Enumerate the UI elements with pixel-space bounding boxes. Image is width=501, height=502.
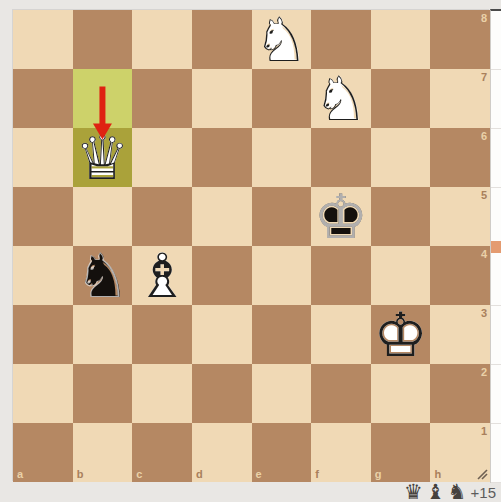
square-f4[interactable] (311, 246, 371, 305)
white-knight-outline: ♘ (252, 10, 312, 69)
square-a3[interactable] (13, 305, 73, 364)
square-a7[interactable] (13, 69, 73, 128)
square-f8[interactable] (311, 10, 371, 69)
square-g4[interactable] (371, 246, 431, 305)
square-a8[interactable] (13, 10, 73, 69)
coord-rank-5: 5 (481, 190, 487, 201)
square-b8[interactable] (73, 10, 133, 69)
square-c2[interactable] (132, 364, 192, 423)
square-b3[interactable] (73, 305, 133, 364)
side-panel-highlight (491, 241, 501, 253)
square-c6[interactable] (132, 128, 192, 187)
square-c4[interactable]: ♝♗ (132, 246, 192, 305)
square-d6[interactable] (192, 128, 252, 187)
piece-black-king-f5[interactable]: ♚♔ (311, 187, 371, 246)
square-a4[interactable] (13, 246, 73, 305)
chess-app-viewport: ♞♘♞♘♛♕♚♔♞♘♝♗♚♔12345678abcdefgh ♛ ♝ ♞ +15 (0, 0, 501, 502)
square-d7[interactable] (192, 69, 252, 128)
square-g6[interactable] (371, 128, 431, 187)
square-g5[interactable] (371, 187, 431, 246)
coord-file-g: g (375, 469, 382, 480)
square-b4[interactable]: ♞♘ (73, 246, 133, 305)
square-f1[interactable] (311, 423, 371, 482)
square-d5[interactable] (192, 187, 252, 246)
coord-file-a: a (17, 469, 23, 480)
coord-file-f: f (315, 469, 319, 480)
material-advantage: +15 (471, 484, 496, 501)
captured-knight-icon: ♞ (448, 482, 467, 502)
square-d8[interactable] (192, 10, 252, 69)
coord-rank-3: 3 (481, 308, 487, 319)
white-queen-outline: ♕ (73, 128, 133, 187)
square-g3[interactable]: ♚♔ (371, 305, 431, 364)
square-c3[interactable] (132, 305, 192, 364)
square-f3[interactable] (311, 305, 371, 364)
square-f5[interactable]: ♚♔ (311, 187, 371, 246)
white-knight-outline: ♘ (311, 69, 371, 128)
square-e8[interactable]: ♞♘ (252, 10, 312, 69)
square-b7[interactable] (73, 69, 133, 128)
coord-rank-4: 4 (481, 249, 487, 260)
coord-rank-2: 2 (481, 367, 487, 378)
black-knight-outline: ♘ (73, 246, 133, 305)
square-e6[interactable] (252, 128, 312, 187)
white-king-outline: ♔ (371, 305, 431, 364)
square-e3[interactable] (252, 305, 312, 364)
captured-pieces-tray: ♛ ♝ ♞ +15 (0, 482, 496, 502)
square-b2[interactable] (73, 364, 133, 423)
captured-queen-icon: ♛ (404, 482, 423, 502)
piece-white-knight-f7[interactable]: ♞♘ (311, 69, 371, 128)
coord-file-c: c (136, 469, 142, 480)
square-e2[interactable] (252, 364, 312, 423)
captured-bishop-icon: ♝ (426, 482, 445, 502)
square-c8[interactable] (132, 10, 192, 69)
piece-white-knight-e8[interactable]: ♞♘ (252, 10, 312, 69)
square-b5[interactable] (73, 187, 133, 246)
side-panel-edge (490, 9, 501, 483)
square-g8[interactable] (371, 10, 431, 69)
square-f7[interactable]: ♞♘ (311, 69, 371, 128)
square-d4[interactable] (192, 246, 252, 305)
coord-rank-8: 8 (481, 13, 487, 24)
board-resize-handle-icon[interactable] (476, 468, 489, 481)
coord-rank-7: 7 (481, 72, 487, 83)
chess-board: ♞♘♞♘♛♕♚♔♞♘♝♗♚♔12345678abcdefgh (13, 10, 490, 482)
piece-white-queen-b6[interactable]: ♛♕ (73, 128, 133, 187)
coord-file-b: b (77, 469, 84, 480)
piece-white-bishop-c4[interactable]: ♝♗ (132, 246, 192, 305)
square-a6[interactable] (13, 128, 73, 187)
square-a2[interactable] (13, 364, 73, 423)
square-d3[interactable] (192, 305, 252, 364)
coord-rank-6: 6 (481, 131, 487, 142)
coord-file-e: e (256, 469, 262, 480)
square-e7[interactable] (252, 69, 312, 128)
black-king-outline: ♔ (311, 187, 371, 246)
square-c7[interactable] (132, 69, 192, 128)
square-f2[interactable] (311, 364, 371, 423)
square-f6[interactable] (311, 128, 371, 187)
square-d2[interactable] (192, 364, 252, 423)
square-b6[interactable]: ♛♕ (73, 128, 133, 187)
piece-black-knight-b4[interactable]: ♞♘ (73, 246, 133, 305)
square-a5[interactable] (13, 187, 73, 246)
square-g2[interactable] (371, 364, 431, 423)
coord-file-h: h (434, 469, 441, 480)
piece-white-king-g3[interactable]: ♚♔ (371, 305, 431, 364)
white-bishop-outline: ♗ (132, 246, 192, 305)
square-e4[interactable] (252, 246, 312, 305)
coord-rank-1: 1 (481, 426, 487, 437)
square-c5[interactable] (132, 187, 192, 246)
square-g7[interactable] (371, 69, 431, 128)
coord-file-d: d (196, 469, 203, 480)
square-e5[interactable] (252, 187, 312, 246)
